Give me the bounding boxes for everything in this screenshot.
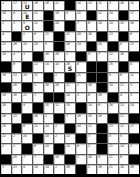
cell-code-number: 2 [88,144,90,147]
cell-code-number: 13 [120,103,123,106]
cell-code-number: 26 [88,83,91,86]
cell-code-number: 21 [109,165,112,168]
black-cell [97,32,107,41]
cell-code-number: 12 [55,103,58,106]
letter-cell[interactable]: 2 [87,144,97,153]
letter-cell[interactable]: 24 [76,42,86,51]
cell-code-number: 24 [130,103,133,106]
cell-code-number: 6 [130,32,132,35]
cell-code-number: 13 [66,134,69,137]
cell-code-number: 6 [120,155,122,158]
letter-cell[interactable]: 14 [87,103,97,112]
letter-cell[interactable]: 21 [44,32,54,41]
letter-cell[interactable]: 21 [119,83,129,92]
letter-cell[interactable]: 2 [1,21,11,30]
cell-code-number: 15 [45,103,48,106]
letter-cell[interactable]: 14 [44,124,54,133]
cell-code-number: 26 [66,165,69,168]
letter-cell[interactable]: 16 [44,52,54,61]
letter-cell[interactable]: 25 [1,124,11,133]
letter-cell[interactable]: 13U [22,1,32,10]
letter-cell[interactable]: 9 [97,155,107,164]
black-cell [76,103,86,112]
cell-code-number: 17 [130,11,133,14]
letter-cell[interactable]: 24 [108,11,118,20]
letter-cell[interactable]: 10 [97,42,107,51]
cell-code-number: 8 [13,11,15,14]
letter-cell[interactable]: 21 [76,73,86,82]
letter-cell[interactable]: 22 [1,134,11,143]
letter-cell[interactable]: 6 [33,32,43,41]
letter-cell[interactable]: 2 [44,114,54,123]
letter-cell[interactable]: 6 [87,21,97,30]
letter-cell[interactable]: 3 [1,165,11,174]
cell-code-number: 10 [55,62,58,65]
letter-cell[interactable]: 13 [129,42,139,51]
letter-cell[interactable]: 17 [129,124,139,133]
cell-code-number: 24 [45,144,48,147]
cell-code-number: 3 [109,1,111,4]
cell-code-number: 20 [34,165,37,168]
black-cell [87,42,97,51]
letter-cell[interactable]: 12 [119,124,129,133]
letter-cell[interactable]: 8 [119,42,129,51]
black-cell [33,134,43,143]
letter-cell[interactable]: 8 [12,11,22,20]
letter-cell[interactable]: 21 [22,93,32,102]
letter-cell[interactable]: 2 [54,165,64,174]
black-cell [1,83,11,92]
cell-code-number: 14 [120,144,123,147]
cell-code-number: 14 [109,21,112,24]
cell-code-number: 8 [120,42,122,45]
letter-cell[interactable]: 16 [44,83,54,92]
letter-cell[interactable]: 21 [33,21,43,30]
cell-code-number: 1 [13,144,15,147]
letter-cell[interactable]: 6 [119,73,129,82]
letter-cell[interactable]: 25 [65,103,75,112]
letter-cell[interactable]: 10 [119,165,129,174]
letter-cell[interactable]: 26 [87,32,97,41]
cell-code-number: 8 [66,11,68,14]
letter-cell[interactable]: 6 [87,93,97,102]
cell-code-number: 9 [88,52,90,55]
letter-cell[interactable]: 25 [108,62,118,71]
cell-code-number: 7 [77,21,79,24]
cell-code-number: 24 [23,134,26,137]
cell-code-number: 26 [98,93,101,96]
black-cell [12,103,22,112]
letter-cell[interactable]: 16 [129,21,139,30]
cell-code-number: 20 [77,32,80,35]
cell-code-number: 6 [88,21,90,24]
letter-cell[interactable]: 12 [108,52,118,61]
cell-code-number: 12 [109,52,112,55]
letter-cell[interactable]: 15 [44,103,54,112]
cell-code-number: 21 [34,21,37,24]
letter-cell[interactable]: 14 [76,124,86,133]
letter-cell[interactable]: 21 [65,83,75,92]
letter-cell[interactable]: 21 [119,114,129,123]
letter-cell[interactable]: 19 [54,11,64,20]
letter-cell[interactable]: 5O [22,21,32,30]
black-cell [76,134,86,143]
letter-cell[interactable]: 25 [87,114,97,123]
letter-cell[interactable]: 20 [76,11,86,20]
cell-code-number: 26 [88,155,91,158]
letter-cell[interactable]: 6 [129,32,139,41]
cell-code-number: 2 [55,124,57,127]
black-cell [44,73,54,82]
letter-cell[interactable]: 7 [87,134,97,143]
cell-code-number: 7 [98,52,100,55]
black-cell [22,114,32,123]
cell-code-number: 10 [98,42,101,45]
letter-cell[interactable]: 9 [87,52,97,61]
cell-code-number: 22 [2,134,5,137]
letter-cell[interactable]: 16 [1,11,11,20]
letter-cell[interactable]: 2 [12,134,22,143]
given-letter: U [22,3,32,10]
letter-cell[interactable]: 26 [108,103,118,112]
letter-cell[interactable]: 5 [119,134,129,143]
cell-code-number: 10 [120,165,123,168]
cell-code-number: 25 [109,62,112,65]
letter-cell[interactable]: 26 [65,165,75,174]
letter-cell[interactable]: 6 [22,124,32,133]
letter-cell[interactable]: 26 [119,1,129,10]
letter-cell[interactable]: 9 [12,62,22,71]
black-cell [22,83,32,92]
black-cell [129,52,139,61]
letter-cell[interactable]: 14 [54,155,64,164]
black-cell [54,32,64,41]
letter-cell[interactable]: 26 [129,165,139,174]
black-cell [87,62,97,71]
cell-code-number: 26 [98,114,101,117]
letter-cell[interactable]: 24 [65,93,75,102]
black-cell [129,155,139,164]
letter-cell[interactable]: 3 [76,93,86,102]
letter-cell[interactable]: 21 [33,73,43,82]
cell-code-number: 16 [45,1,48,4]
black-cell [119,62,129,71]
cell-code-number: 4 [13,52,15,55]
letter-cell[interactable]: 3 [108,1,118,10]
black-cell [87,73,97,82]
cell-code-number: 3 [77,93,79,96]
black-cell [97,73,107,82]
letter-cell[interactable]: 1 [76,155,86,164]
letter-cell[interactable]: 6 [33,144,43,153]
cell-code-number: 7 [34,93,36,96]
letter-cell[interactable]: 4 [1,32,11,41]
letter-cell[interactable]: 11 [65,32,75,41]
cell-code-number: 9 [13,62,15,65]
letter-cell[interactable]: 16 [12,93,22,102]
letter-cell[interactable]: 20 [54,21,64,30]
letter-cell[interactable]: 26 [97,114,107,123]
letter-cell[interactable]: 10 [54,62,64,71]
letter-cell[interactable]: 14 [1,52,11,61]
given-letter: E [22,13,32,20]
letter-cell[interactable]: 21 [33,124,43,133]
letter-cell[interactable]: 26 [87,83,97,92]
letter-cell[interactable]: 1 [33,83,43,92]
cell-code-number: 24 [77,42,80,45]
cell-code-number: 11 [34,62,37,65]
letter-cell[interactable]: 26 [1,114,11,123]
cell-code-number: 3 [13,21,15,24]
letter-cell[interactable]: 3 [129,144,139,153]
letter-cell[interactable]: 26 [119,52,129,61]
letter-cell[interactable]: 7 [33,93,43,102]
letter-cell[interactable]: 21 [97,1,107,10]
letter-cell[interactable]: 3 [129,93,139,102]
black-cell [97,62,107,71]
cell-code-number: 21 [120,83,123,86]
letter-cell[interactable]: 23 [12,165,22,174]
letter-cell[interactable]: 15 [119,21,129,30]
letter-cell[interactable]: 2 [76,83,86,92]
letter-cell[interactable]: 2 [1,144,11,153]
letter-cell[interactable]: 14 [76,1,86,10]
black-cell [22,62,32,71]
letter-cell[interactable]: 26 [54,52,64,61]
letter-cell[interactable]: 21 [108,155,118,164]
letter-cell[interactable]: 18 [1,73,11,82]
cell-code-number: 3 [130,144,132,147]
cell-code-number: 15 [23,42,26,45]
letter-cell[interactable]: 7 [22,155,32,164]
letter-cell[interactable]: 26 [12,83,22,92]
letter-cell[interactable]: 24 [97,21,107,30]
letter-cell[interactable]: 26 [54,83,64,92]
letter-cell[interactable]: 26 [12,42,22,51]
letter-cell[interactable]: 6 [76,144,86,153]
letter-cell[interactable]: 16 [33,114,43,123]
letter-cell[interactable]: 16 [44,1,54,10]
cell-code-number: 18 [2,93,5,96]
cell-code-number: 26 [34,1,37,4]
cell-code-number: 13 [13,114,16,117]
cell-code-number: 2 [88,165,90,168]
letter-cell[interactable]: 23 [108,32,118,41]
letter-cell[interactable]: 26S [65,62,75,71]
letter-cell[interactable]: 1 [1,1,11,10]
letter-cell[interactable]: 4 [129,62,139,71]
letter-cell[interactable]: 15 [129,1,139,10]
black-cell [1,155,11,164]
cell-code-number: 16 [45,83,48,86]
letter-cell[interactable]: 9 [97,103,107,112]
cell-code-number: 7 [34,155,36,158]
letter-cell[interactable]: 5 [44,42,54,51]
letter-cell[interactable]: 24 [44,144,54,153]
cell-code-number: 2 [45,114,47,117]
black-cell [76,52,86,61]
cell-code-number: 2 [23,32,25,35]
letter-cell[interactable]: 22 [1,42,11,51]
cell-code-number: 20 [55,21,58,24]
letter-cell[interactable]: 21 [33,11,43,20]
letter-cell[interactable]: 2 [54,134,64,143]
cell-code-number: 9 [98,103,100,106]
letter-cell[interactable]: 7 [33,155,43,164]
cell-code-number: 1 [66,52,68,55]
letter-cell[interactable]: 16 [76,114,86,123]
cell-code-number: 4 [23,165,25,168]
cell-code-number: 5 [120,134,122,137]
letter-cell[interactable]: 26 [97,93,107,102]
letter-cell[interactable]: 4 [22,103,32,112]
cell-code-number: 24 [66,93,69,96]
cell-code-number: 25 [88,114,91,117]
cell-code-number: 21 [34,124,37,127]
letter-cell[interactable]: 26 [97,165,107,174]
letter-cell[interactable]: 3 [129,83,139,92]
cell-code-number: 23 [88,1,91,4]
letter-cell[interactable]: 4 [12,52,22,61]
letter-cell[interactable]: 2 [22,32,32,41]
letter-cell[interactable]: 7 [97,52,107,61]
cell-code-number: 2 [2,21,4,24]
letter-cell[interactable]: 13 [12,114,22,123]
letter-cell[interactable]: 23 [87,1,97,10]
letter-cell[interactable]: 3 [22,52,32,61]
letter-cell[interactable]: 2 [54,124,64,133]
letter-cell[interactable]: 24 [22,73,32,82]
letter-cell[interactable]: 7 [65,114,75,123]
cell-code-number: 13 [13,73,16,76]
letter-cell[interactable]: 2 [87,165,97,174]
letter-cell[interactable]: 22 [54,1,64,10]
letter-cell[interactable]: 14 [44,165,54,174]
letter-cell[interactable]: 20 [33,165,43,174]
black-cell [97,83,107,92]
cell-code-number: 7 [23,155,25,158]
black-cell [12,32,22,41]
letter-cell[interactable]: 21 [87,124,97,133]
black-cell [54,114,64,123]
cell-code-number: 6 [77,144,79,147]
letter-cell[interactable]: 26 [1,103,11,112]
letter-cell[interactable]: 21 [108,165,118,174]
black-cell [108,114,118,123]
black-cell [54,93,64,102]
cell-code-number: 15 [130,1,133,4]
letter-cell[interactable]: 21 [108,144,118,153]
letter-cell[interactable]: 14 [108,21,118,30]
letter-cell[interactable]: 12 [97,11,107,20]
letter-cell[interactable]: 16 [65,42,75,51]
letter-cell[interactable]: 11 [33,62,43,71]
letter-cell[interactable]: 23 [108,124,118,133]
letter-cell[interactable]: 7 [76,21,86,30]
cell-code-number: 11 [130,73,133,76]
letter-cell[interactable]: 10 [108,83,118,92]
letter-cell[interactable]: 2 [54,73,64,82]
cell-code-number: 6 [34,32,36,35]
letter-cell[interactable]: 26 [87,155,97,164]
cell-code-number: 3 [130,83,132,86]
letter-cell[interactable]: 1 [12,144,22,153]
letter-cell[interactable]: 13 [119,103,129,112]
given-letter: S [65,65,75,72]
black-cell [33,52,43,61]
black-cell [97,124,107,133]
cell-code-number: 2 [55,134,57,137]
cell-code-number: 26 [98,165,101,168]
letter-cell[interactable]: 18 [44,134,54,143]
black-cell [54,144,64,153]
black-cell [108,93,118,102]
letter-cell[interactable]: 20 [76,32,86,41]
letter-cell[interactable]: 18 [1,93,11,102]
letter-cell[interactable]: 15 [22,42,32,51]
letter-cell[interactable]: 17 [129,11,139,20]
letter-cell[interactable]: 14 [65,144,75,153]
cell-code-number: 2 [55,165,57,168]
letter-cell[interactable]: 5 [108,73,118,82]
letter-cell[interactable]: 1 [65,52,75,61]
black-cell [65,73,75,82]
cell-code-number: 24 [23,73,26,76]
letter-cell[interactable]: 25 [12,155,22,164]
letter-cell[interactable]: 14 [44,62,54,71]
black-cell [65,155,75,164]
letter-cell[interactable]: 6 [119,155,129,164]
cell-code-number: 4 [130,62,132,65]
cell-code-number: 14 [55,155,58,158]
letter-cell[interactable]: 13 [12,73,22,82]
letter-cell[interactable]: 12 [54,103,64,112]
black-cell [119,11,129,20]
letter-cell[interactable]: 24 [22,134,32,143]
letter-cell[interactable]: 26 [33,1,43,10]
letter-cell[interactable]: 14 [119,144,129,153]
letter-cell[interactable]: 20 [33,42,43,51]
letter-cell[interactable]: 8 [108,134,118,143]
letter-cell[interactable]: 8 [65,11,75,20]
cell-code-number: 21 [45,32,48,35]
letter-cell[interactable]: 11 [129,73,139,82]
letter-cell[interactable]: 3 [12,21,22,30]
cell-code-number: 7 [88,134,90,137]
cell-code-number: 16 [13,93,16,96]
letter-cell[interactable]: 17 [12,1,22,10]
cell-code-number: 5 [45,42,47,45]
cell-code-number: 16 [77,114,80,117]
cell-code-number: 6 [88,93,90,96]
cell-code-number: 5 [109,73,111,76]
cell-code-number: 21 [109,144,112,147]
letter-cell[interactable]: 24 [129,103,139,112]
letter-cell[interactable]: 6 [76,62,86,71]
cell-code-number: 12 [98,11,101,14]
cell-code-number: 2 [2,144,4,147]
letter-cell[interactable]: 13 [65,134,75,143]
codeword-board: 11713U2616221423213261516824E21198201224… [0,0,140,177]
letter-cell[interactable]: 4 [22,165,32,174]
letter-cell[interactable]: 4 [119,93,129,102]
cell-code-number: 14 [88,103,91,106]
black-cell [22,144,32,153]
cell-code-number: 25 [66,103,69,106]
cell-code-number: 15 [120,21,123,24]
cell-code-number: 13 [130,42,133,45]
letter-cell[interactable]: 24E [22,11,32,20]
